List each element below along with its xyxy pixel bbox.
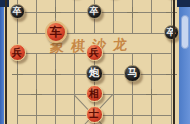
grid-line [151,53,152,124]
grid-line [74,53,75,124]
grid-line [171,0,172,124]
board-frame-left [5,0,7,124]
xiangqi-board[interactable]: 象棋沙龙 士士车卒卒车卒兵兵炮马相士 [0,0,190,124]
grid-line [55,53,56,124]
piece-red-soldier[interactable]: 兵 [9,44,26,61]
board-frame-right [173,0,175,124]
grid-line [74,0,75,34]
piece-red-elephant[interactable]: 相 [86,85,103,102]
grid-line [36,0,37,34]
right-panel-header [177,0,190,7]
piece-black-soldier[interactable]: 卒 [164,25,179,40]
grid-line [132,0,133,34]
piece-black-soldier[interactable]: 卒 [10,4,25,19]
grid-line [151,0,152,34]
grid-line [36,53,37,124]
left-panel [0,0,4,124]
piece-black-soldier[interactable]: 卒 [87,4,102,19]
grid-line [132,53,133,124]
grid-line [113,53,114,124]
xiangqi-app-screenshot: 象棋沙龙 士士车卒卒车卒兵兵炮马相士 [0,0,190,124]
piece-black-horse[interactable]: 马 [124,65,141,82]
piece-red-advisor[interactable]: 士 [86,106,103,123]
scrollbar-thumb[interactable] [181,15,189,49]
piece-black-cannon[interactable]: 炮 [86,65,103,82]
piece-red-soldier[interactable]: 兵 [86,44,103,61]
grid-line [113,0,114,34]
piece-red-chariot[interactable]: 车 [45,21,67,43]
